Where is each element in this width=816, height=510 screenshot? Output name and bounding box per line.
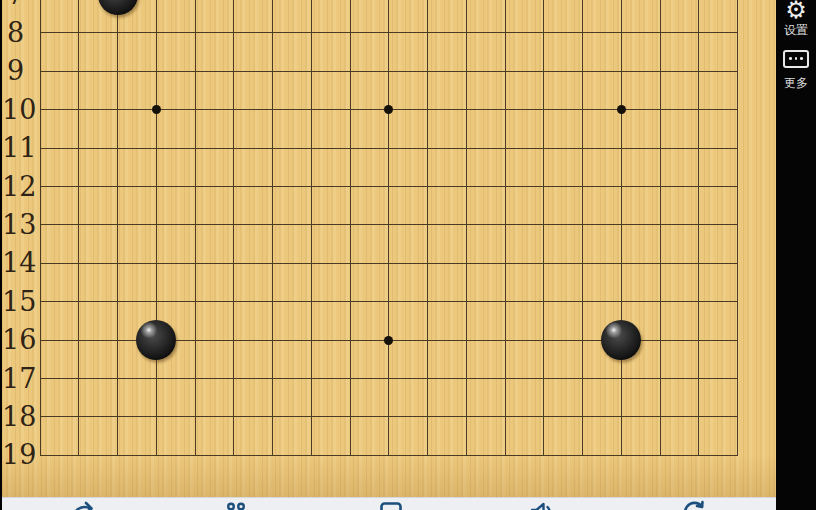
board-intersection[interactable] (253, 321, 292, 359)
board-intersection[interactable] (59, 52, 98, 90)
board-intersection[interactable] (563, 52, 602, 90)
board-intersection[interactable] (408, 0, 447, 14)
grid-line-horizontal (563, 32, 602, 33)
grid-line-horizontal (137, 186, 176, 187)
board-intersection[interactable] (176, 14, 215, 52)
board-intersection[interactable] (718, 283, 757, 321)
board-intersection[interactable] (176, 0, 215, 14)
board-intersection[interactable] (176, 436, 215, 474)
grid-line-horizontal (447, 224, 486, 225)
board-intersection[interactable] (214, 436, 253, 474)
board-intersection[interactable] (137, 206, 176, 244)
grid-line-horizontal (447, 148, 486, 149)
board-intersection[interactable] (679, 321, 718, 359)
circular-arrow-button[interactable] (681, 500, 707, 510)
board-intersection[interactable] (292, 244, 331, 282)
grid-line-horizontal (447, 32, 486, 33)
board-intersection[interactable] (369, 167, 408, 205)
board-intersection[interactable] (331, 436, 370, 474)
speaker-button[interactable] (528, 500, 554, 510)
board-intersection[interactable] (369, 129, 408, 167)
board-intersection[interactable] (253, 14, 292, 52)
board-intersection[interactable] (292, 398, 331, 436)
grid-line-horizontal (447, 186, 486, 187)
board-intersection[interactable] (98, 398, 137, 436)
board-intersection[interactable] (331, 91, 370, 129)
board-intersection[interactable] (563, 359, 602, 397)
grid-line-horizontal (641, 340, 680, 341)
board-intersection[interactable] (718, 91, 757, 129)
board-intersection[interactable] (292, 283, 331, 321)
board-intersection[interactable] (563, 436, 602, 474)
board-intersection[interactable] (137, 244, 176, 282)
board-intersection[interactable] (524, 283, 563, 321)
board-intersection[interactable] (602, 52, 641, 90)
more-label: 更多 (776, 75, 816, 92)
board-intersection[interactable] (563, 244, 602, 282)
grid-line-horizontal (137, 32, 176, 33)
more-button[interactable]: 更多 (776, 50, 816, 92)
grid-line-horizontal (176, 340, 215, 341)
board-intersection[interactable] (641, 206, 680, 244)
grid-line-horizontal (718, 224, 737, 225)
board-intersection[interactable] (408, 359, 447, 397)
board-intersection[interactable] (718, 52, 757, 90)
grid-line-horizontal (602, 263, 641, 264)
board-intersection[interactable] (331, 359, 370, 397)
board-intersection[interactable] (214, 129, 253, 167)
board-intersection[interactable] (253, 244, 292, 282)
grid-line-horizontal (679, 455, 718, 456)
board-intersection[interactable] (408, 436, 447, 474)
board-intersection[interactable] (408, 14, 447, 52)
board-intersection[interactable] (176, 283, 215, 321)
board-intersection[interactable] (718, 436, 757, 474)
board-intersection[interactable] (486, 359, 525, 397)
board-intersection[interactable] (679, 0, 718, 14)
grid-line-horizontal (679, 416, 718, 417)
board-intersection[interactable] (641, 167, 680, 205)
board-intersection[interactable] (59, 0, 98, 14)
board-intersection[interactable] (59, 436, 98, 474)
grid-line-horizontal (331, 32, 370, 33)
board-intersection[interactable] (98, 436, 137, 474)
board-intersection[interactable] (137, 0, 176, 14)
grid-line-horizontal (641, 263, 680, 264)
board-intersection[interactable] (602, 0, 641, 14)
grid-line-horizontal (214, 148, 253, 149)
board-intersection[interactable] (59, 167, 98, 205)
board-intersection[interactable] (59, 206, 98, 244)
board-intersection[interactable] (563, 398, 602, 436)
board-intersection[interactable] (369, 0, 408, 14)
board-intersection[interactable] (718, 321, 757, 359)
board-intersection[interactable] (137, 436, 176, 474)
board-intersection[interactable] (447, 244, 486, 282)
board-intersection[interactable] (98, 14, 137, 52)
board-intersection[interactable] (98, 52, 137, 90)
board-intersection[interactable] (408, 91, 447, 129)
board-intersection[interactable] (137, 167, 176, 205)
grid-line-horizontal (641, 455, 680, 456)
board-intersection[interactable] (718, 206, 757, 244)
board-intersection[interactable] (59, 91, 98, 129)
board-intersection[interactable] (214, 244, 253, 282)
grid-line-horizontal (176, 378, 215, 379)
grid-line-horizontal (98, 186, 137, 187)
two-players-button[interactable] (223, 500, 249, 510)
board-intersection[interactable] (486, 398, 525, 436)
board-intersection[interactable] (524, 244, 563, 282)
board-intersection[interactable] (59, 283, 98, 321)
board-intersection[interactable] (679, 52, 718, 90)
board-intersection[interactable] (176, 206, 215, 244)
grid-line-horizontal (563, 378, 602, 379)
board-intersection[interactable] (679, 91, 718, 129)
board-intersection[interactable] (447, 91, 486, 129)
board-intersection[interactable] (486, 167, 525, 205)
board-intersection[interactable] (253, 436, 292, 474)
grid-line-horizontal (563, 263, 602, 264)
board-intersection[interactable] (176, 52, 215, 90)
board-intersection[interactable] (563, 0, 602, 14)
board-intersection[interactable] (447, 398, 486, 436)
board-intersection[interactable] (486, 14, 525, 52)
board-intersection[interactable] (602, 129, 641, 167)
board-intersection[interactable] (718, 129, 757, 167)
grid-line-horizontal (486, 148, 525, 149)
board-intersection[interactable] (59, 398, 98, 436)
board-intersection[interactable] (641, 129, 680, 167)
board-intersection[interactable] (59, 14, 98, 52)
board-intersection[interactable] (641, 436, 680, 474)
board-intersection[interactable] (98, 359, 137, 397)
grid-line-vertical (233, 436, 234, 455)
board-intersection[interactable] (59, 359, 98, 397)
board-intersection[interactable] (137, 14, 176, 52)
board-intersection[interactable] (602, 244, 641, 282)
board-intersection[interactable] (486, 321, 525, 359)
grid-line-vertical (388, 0, 389, 14)
board-intersection[interactable] (563, 167, 602, 205)
board-intersection[interactable] (447, 359, 486, 397)
board-intersection[interactable] (292, 52, 331, 90)
board-intersection[interactable] (408, 52, 447, 90)
board-intersection[interactable] (214, 167, 253, 205)
board-intersection[interactable] (602, 14, 641, 52)
board-intersection[interactable] (641, 244, 680, 282)
board-intersection[interactable] (447, 283, 486, 321)
board-intersection[interactable] (98, 244, 137, 282)
board-intersection[interactable] (331, 206, 370, 244)
board-intersection[interactable] (369, 91, 408, 129)
board-intersection[interactable] (137, 129, 176, 167)
board-intersection[interactable] (718, 244, 757, 282)
board-intersection[interactable] (408, 206, 447, 244)
grid-line-horizontal (524, 455, 563, 456)
board-intersection[interactable] (292, 206, 331, 244)
board-intersection[interactable] (524, 52, 563, 90)
board-intersection[interactable] (253, 91, 292, 129)
board-intersection[interactable] (253, 206, 292, 244)
board-intersection[interactable] (447, 129, 486, 167)
board-intersection[interactable] (486, 206, 525, 244)
grid-line-vertical (582, 0, 583, 14)
board-intersection[interactable] (214, 283, 253, 321)
board-intersection[interactable] (718, 167, 757, 205)
board-intersection[interactable] (59, 321, 98, 359)
board-intersection[interactable] (214, 359, 253, 397)
board-intersection[interactable] (292, 129, 331, 167)
board-intersection[interactable] (98, 283, 137, 321)
star-point (152, 105, 161, 114)
board-intersection[interactable] (602, 283, 641, 321)
board-intersection[interactable] (524, 321, 563, 359)
board-intersection[interactable] (214, 14, 253, 52)
board-intersection[interactable] (331, 14, 370, 52)
board-intersection[interactable] (369, 14, 408, 52)
grid-line-horizontal (331, 71, 370, 72)
board-intersection[interactable] (214, 91, 253, 129)
board-intersection[interactable] (331, 398, 370, 436)
board-intersection[interactable] (331, 244, 370, 282)
board-intersection[interactable] (253, 283, 292, 321)
board-intersection[interactable] (679, 359, 718, 397)
board-intersection[interactable] (369, 52, 408, 90)
board-intersection[interactable] (176, 167, 215, 205)
board-intersection[interactable] (524, 359, 563, 397)
board-intersection[interactable] (641, 321, 680, 359)
board-intersection[interactable] (176, 244, 215, 282)
board-intersection[interactable] (98, 129, 137, 167)
board-intersection[interactable] (292, 321, 331, 359)
board-intersection[interactable] (137, 52, 176, 90)
board-intersection[interactable] (641, 283, 680, 321)
board-intersection[interactable] (98, 206, 137, 244)
grid-line-horizontal (524, 340, 563, 341)
board-intersection[interactable] (641, 52, 680, 90)
board-intersection[interactable] (447, 52, 486, 90)
board-intersection[interactable] (292, 0, 331, 14)
board-intersection[interactable] (214, 52, 253, 90)
board-intersection[interactable] (486, 52, 525, 90)
board-intersection[interactable] (486, 91, 525, 129)
board-intersection[interactable] (331, 283, 370, 321)
board-intersection[interactable] (137, 359, 176, 397)
board-intersection[interactable] (641, 359, 680, 397)
grid-line-horizontal (369, 455, 408, 456)
grid-line-horizontal (59, 148, 98, 149)
board-intersection[interactable] (447, 436, 486, 474)
board-intersection[interactable] (641, 91, 680, 129)
board-intersection[interactable] (602, 206, 641, 244)
board-intersection[interactable] (602, 91, 641, 129)
square-board-button[interactable] (378, 500, 404, 510)
board-intersection[interactable] (176, 91, 215, 129)
grid-line-vertical (40, 436, 41, 455)
board-intersection[interactable] (563, 14, 602, 52)
board-intersection[interactable] (563, 283, 602, 321)
board-intersection[interactable] (331, 52, 370, 90)
board-intersection[interactable] (486, 436, 525, 474)
board-intersection[interactable] (369, 398, 408, 436)
board-intersection[interactable] (486, 244, 525, 282)
board-intersection[interactable] (486, 0, 525, 14)
board-intersection[interactable] (602, 398, 641, 436)
board-intersection[interactable] (524, 206, 563, 244)
board-intersection[interactable] (292, 436, 331, 474)
grid-line-vertical (505, 0, 506, 14)
board-intersection[interactable] (602, 359, 641, 397)
board-intersection[interactable] (214, 0, 253, 14)
grid-line-vertical (660, 436, 661, 455)
row-label: 12 (2, 168, 29, 206)
board-intersection[interactable] (331, 0, 370, 14)
board-intersection[interactable] (214, 398, 253, 436)
board-intersection[interactable] (214, 206, 253, 244)
board-intersection[interactable] (679, 206, 718, 244)
board-intersection[interactable] (679, 167, 718, 205)
board-intersection[interactable] (524, 167, 563, 205)
grid-line-horizontal (59, 186, 98, 187)
curved-arrow-button[interactable] (69, 500, 95, 510)
board-intersection[interactable] (718, 359, 757, 397)
board-intersection[interactable] (524, 129, 563, 167)
board-intersection[interactable] (679, 244, 718, 282)
grid-line-horizontal (718, 340, 737, 341)
grid-line-horizontal (641, 148, 680, 149)
board-intersection[interactable] (563, 321, 602, 359)
board-intersection[interactable] (292, 14, 331, 52)
board-intersection[interactable] (369, 206, 408, 244)
grid-line-horizontal (98, 224, 137, 225)
board-intersection[interactable] (176, 129, 215, 167)
board-intersection[interactable] (563, 129, 602, 167)
board-intersection[interactable] (524, 0, 563, 14)
board-intersection[interactable] (137, 321, 176, 359)
board-intersection[interactable] (176, 321, 215, 359)
board-intersection[interactable] (679, 14, 718, 52)
board-intersection[interactable] (331, 167, 370, 205)
board-intersection[interactable] (563, 91, 602, 129)
board-intersection[interactable] (98, 91, 137, 129)
board-intersection[interactable] (253, 398, 292, 436)
board-intersection[interactable] (408, 398, 447, 436)
board-intersection[interactable] (447, 321, 486, 359)
board-intersection[interactable] (447, 167, 486, 205)
board-intersection[interactable] (486, 283, 525, 321)
board-intersection[interactable] (447, 0, 486, 14)
board-intersection[interactable] (486, 129, 525, 167)
board-intersection[interactable] (369, 283, 408, 321)
board-intersection[interactable] (679, 129, 718, 167)
row-label: 17 (2, 360, 29, 398)
board-intersection[interactable] (331, 129, 370, 167)
grid-line-horizontal (40, 148, 59, 149)
board-intersection[interactable] (331, 321, 370, 359)
board-intersection[interactable] (563, 206, 602, 244)
board-intersection[interactable] (679, 436, 718, 474)
board-intersection[interactable] (641, 0, 680, 14)
board-intersection[interactable] (369, 321, 408, 359)
board-intersection[interactable] (253, 52, 292, 90)
board-intersection[interactable] (524, 91, 563, 129)
grid-line-horizontal (602, 71, 641, 72)
grid-line-horizontal (253, 71, 292, 72)
board-intersection[interactable] (137, 283, 176, 321)
board-intersection[interactable] (602, 436, 641, 474)
board-intersection[interactable] (253, 0, 292, 14)
board-intersection[interactable] (447, 206, 486, 244)
board-intersection[interactable] (98, 321, 137, 359)
board-intersection[interactable] (369, 244, 408, 282)
board-intersection[interactable] (679, 283, 718, 321)
board-intersection[interactable] (137, 398, 176, 436)
board-intersection[interactable] (292, 167, 331, 205)
board-intersection[interactable] (524, 398, 563, 436)
board-intersection[interactable] (253, 129, 292, 167)
grid-line-vertical (737, 0, 738, 14)
grid-line-horizontal (679, 378, 718, 379)
grid-line-horizontal (563, 224, 602, 225)
grid-line-horizontal (176, 416, 215, 417)
row-label: 15 (2, 283, 29, 321)
grid-line-horizontal (641, 301, 680, 302)
board-intersection[interactable] (524, 14, 563, 52)
board-intersection[interactable] (253, 359, 292, 397)
board-intersection[interactable] (408, 244, 447, 282)
curved-arrow-icon (69, 500, 95, 510)
board-intersection[interactable] (408, 283, 447, 321)
board-intersection[interactable] (59, 244, 98, 282)
board-intersection[interactable] (98, 167, 137, 205)
grid-line-horizontal (98, 32, 137, 33)
board-intersection[interactable] (176, 398, 215, 436)
grid-line-horizontal (59, 340, 98, 341)
board-intersection[interactable] (408, 129, 447, 167)
board-intersection[interactable] (641, 398, 680, 436)
board-intersection[interactable] (292, 359, 331, 397)
board-intersection[interactable] (59, 129, 98, 167)
board-intersection[interactable] (679, 398, 718, 436)
board-intersection[interactable] (718, 14, 757, 52)
grid-line-horizontal (369, 301, 408, 302)
board-intersection[interactable] (408, 321, 447, 359)
board-grid (21, 0, 757, 474)
grid-line-horizontal (408, 224, 447, 225)
board-intersection[interactable] (718, 398, 757, 436)
board-intersection[interactable] (602, 167, 641, 205)
board-intersection[interactable] (602, 321, 641, 359)
board-intersection[interactable] (176, 359, 215, 397)
board-intersection[interactable] (369, 359, 408, 397)
board-intersection[interactable] (524, 436, 563, 474)
board-intersection[interactable] (137, 91, 176, 129)
board-intersection[interactable] (214, 321, 253, 359)
board-intersection[interactable] (98, 0, 137, 14)
board-intersection[interactable] (292, 91, 331, 129)
settings-button[interactable]: ⚙ 设置 (776, 0, 816, 39)
board-intersection[interactable] (447, 14, 486, 52)
board-intersection[interactable] (641, 14, 680, 52)
board-intersection[interactable] (369, 436, 408, 474)
grid-line-horizontal (137, 263, 176, 264)
grid-line-horizontal (214, 455, 253, 456)
grid-line-horizontal (40, 378, 59, 379)
board-intersection[interactable] (718, 0, 757, 14)
board-intersection[interactable] (253, 167, 292, 205)
board-intersection[interactable] (408, 167, 447, 205)
